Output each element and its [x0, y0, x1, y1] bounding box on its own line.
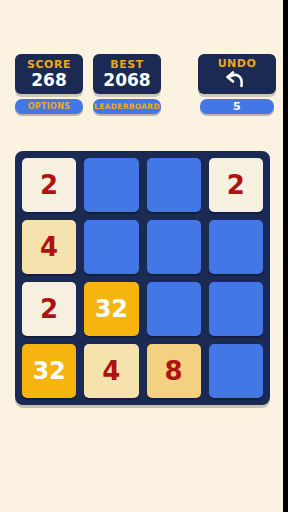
tile-32: 32: [22, 344, 76, 398]
empty-cell: [147, 282, 201, 336]
tile-4: 4: [22, 220, 76, 274]
undo-arrow-icon: [222, 71, 252, 92]
empty-cell: [147, 158, 201, 212]
empty-cell: [209, 344, 263, 398]
board[interactable]: 2242323248: [15, 151, 270, 405]
options-label: OPTIONS: [28, 102, 70, 111]
tile-2: 2: [209, 158, 263, 212]
tile-2: 2: [22, 282, 76, 336]
undo-count-badge: 5: [200, 99, 274, 114]
tile-32: 32: [84, 282, 138, 336]
empty-cell: [84, 220, 138, 274]
best-box: BEST 2068: [93, 54, 161, 94]
options-button[interactable]: OPTIONS: [15, 99, 83, 114]
score-value: 268: [31, 71, 67, 90]
empty-cell: [209, 282, 263, 336]
tile-4: 4: [84, 344, 138, 398]
tile-8: 8: [147, 344, 201, 398]
screen-edge-strip: [283, 0, 288, 512]
leaderboard-label: LEADERBOARD: [94, 102, 160, 111]
undo-count-value: 5: [233, 100, 241, 113]
tile-2: 2: [22, 158, 76, 212]
leaderboard-button[interactable]: LEADERBOARD: [93, 99, 161, 114]
undo-label: UNDO: [218, 57, 257, 70]
score-box: SCORE 268: [15, 54, 83, 94]
empty-cell: [147, 220, 201, 274]
undo-button[interactable]: UNDO: [198, 54, 276, 94]
empty-cell: [209, 220, 263, 274]
best-value: 2068: [103, 71, 150, 90]
empty-cell: [84, 158, 138, 212]
game-screen: SCORE 268 BEST 2068 UNDO OPTIONS LEADERB…: [0, 0, 288, 512]
